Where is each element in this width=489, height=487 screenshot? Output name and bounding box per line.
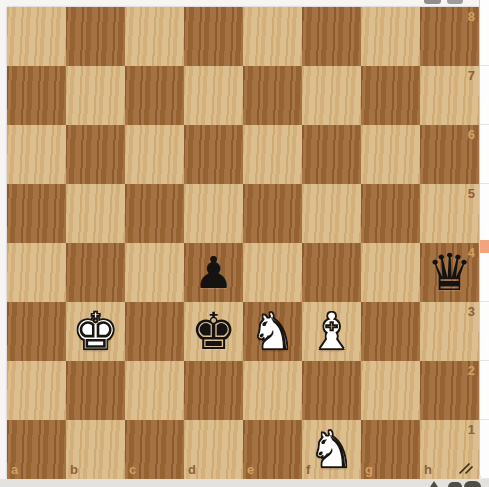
file-label-c: c	[129, 463, 136, 476]
square-b8[interactable]	[66, 7, 125, 66]
square-c2[interactable]	[125, 361, 184, 420]
page-bottom-strip	[0, 479, 489, 487]
black-queen-glyph: ♛	[427, 243, 473, 302]
square-g1[interactable]: g	[361, 420, 420, 479]
rank-label-1: 1	[468, 423, 475, 436]
square-e5[interactable]	[243, 184, 302, 243]
square-f4[interactable]	[302, 243, 361, 302]
cropped-piece-silhouettes-icon	[420, 480, 489, 487]
square-g5[interactable]	[361, 184, 420, 243]
square-g3[interactable]	[361, 302, 420, 361]
white-king-glyph: ♚	[73, 302, 119, 361]
cropped-toolbar-icon[interactable]	[424, 0, 441, 4]
square-f8[interactable]	[302, 7, 361, 66]
square-e2[interactable]	[243, 361, 302, 420]
rank-label-3: 3	[468, 305, 475, 318]
white-bishop-glyph: ♝	[309, 302, 355, 361]
square-b4[interactable]	[66, 243, 125, 302]
piece-white-king-b3[interactable]: ♚	[66, 302, 125, 361]
square-a6[interactable]	[7, 125, 66, 184]
square-a4[interactable]	[7, 243, 66, 302]
file-label-a: a	[11, 463, 18, 476]
square-h5[interactable]: 5	[420, 184, 479, 243]
square-a3[interactable]	[7, 302, 66, 361]
square-c1[interactable]: c	[125, 420, 184, 479]
rank-label-8: 8	[468, 10, 475, 23]
file-label-h: h	[424, 463, 432, 476]
square-f7[interactable]	[302, 66, 361, 125]
square-d8[interactable]	[184, 7, 243, 66]
square-d7[interactable]	[184, 66, 243, 125]
file-label-d: d	[188, 463, 196, 476]
file-label-g: g	[365, 463, 373, 476]
square-h3[interactable]: 3	[420, 302, 479, 361]
piece-white-knight-f1[interactable]: ♞	[302, 420, 361, 479]
rank-label-2: 2	[468, 364, 475, 377]
square-a8[interactable]	[7, 7, 66, 66]
square-g4[interactable]	[361, 243, 420, 302]
piece-black-pawn-d4[interactable]: ♟	[184, 243, 243, 302]
square-e1[interactable]: e	[243, 420, 302, 479]
square-f2[interactable]	[302, 361, 361, 420]
square-a2[interactable]	[7, 361, 66, 420]
square-d1[interactable]: d	[184, 420, 243, 479]
file-label-b: b	[70, 463, 78, 476]
piece-white-knight-e3[interactable]: ♞	[243, 302, 302, 361]
white-knight-glyph: ♞	[309, 420, 355, 479]
square-c4[interactable]	[125, 243, 184, 302]
black-king-glyph: ♚	[191, 302, 237, 361]
square-c7[interactable]	[125, 66, 184, 125]
piece-black-queen-h4[interactable]: ♛	[420, 243, 479, 302]
square-h6[interactable]: 6	[420, 125, 479, 184]
square-d5[interactable]	[184, 184, 243, 243]
file-label-e: e	[247, 463, 254, 476]
pawn-silhouette-icon	[428, 481, 440, 487]
square-g2[interactable]	[361, 361, 420, 420]
rank-label-6: 6	[468, 128, 475, 141]
piece-white-bishop-f3[interactable]: ♝	[302, 302, 361, 361]
square-d6[interactable]	[184, 125, 243, 184]
square-e8[interactable]	[243, 7, 302, 66]
square-c6[interactable]	[125, 125, 184, 184]
square-b5[interactable]	[66, 184, 125, 243]
piece-silhouette-icon	[464, 481, 481, 487]
square-a5[interactable]	[7, 184, 66, 243]
board-resize-handle-icon[interactable]	[458, 461, 474, 475]
cropped-toolbar-icon[interactable]	[447, 0, 463, 4]
square-e6[interactable]	[243, 125, 302, 184]
highlighted-move-row[interactable]	[480, 240, 489, 253]
move-list-panel-sliver[interactable]	[479, 0, 489, 479]
square-g8[interactable]	[361, 7, 420, 66]
square-b6[interactable]	[66, 125, 125, 184]
piece-silhouette-icon	[448, 482, 462, 487]
square-g7[interactable]	[361, 66, 420, 125]
square-a1[interactable]: a	[7, 420, 66, 479]
square-f5[interactable]	[302, 184, 361, 243]
square-e4[interactable]	[243, 243, 302, 302]
chess-board: 8765432abcdefgh1	[7, 7, 479, 479]
square-h7[interactable]: 7	[420, 66, 479, 125]
square-c8[interactable]	[125, 7, 184, 66]
square-b7[interactable]	[66, 66, 125, 125]
square-e7[interactable]	[243, 66, 302, 125]
white-knight-glyph: ♞	[250, 302, 296, 361]
rank-label-5: 5	[468, 187, 475, 200]
rank-label-7: 7	[468, 69, 475, 82]
black-pawn-glyph: ♟	[194, 243, 233, 302]
square-b1[interactable]: b	[66, 420, 125, 479]
square-b2[interactable]	[66, 361, 125, 420]
square-h2[interactable]: 2	[420, 361, 479, 420]
square-c5[interactable]	[125, 184, 184, 243]
square-h8[interactable]: 8	[420, 7, 479, 66]
square-a7[interactable]	[7, 66, 66, 125]
square-f6[interactable]	[302, 125, 361, 184]
square-c3[interactable]	[125, 302, 184, 361]
piece-black-king-d3[interactable]: ♚	[184, 302, 243, 361]
square-d2[interactable]	[184, 361, 243, 420]
chess-app-screen: 8765432abcdefgh1 ♟♛♚♚♞♝♞	[0, 0, 489, 487]
square-g6[interactable]	[361, 125, 420, 184]
